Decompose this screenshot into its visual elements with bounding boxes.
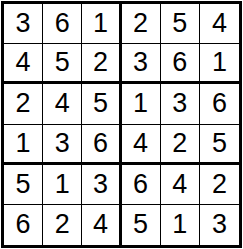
sudoku-board: 3 6 1 2 5 4 4 5 2 3 6 1 2 4 5 1 3 6 1 3 …	[1, 1, 242, 248]
cell-r2c5[interactable]: 6	[161, 44, 200, 84]
cell-r6c6[interactable]: 3	[200, 205, 239, 245]
cell-r2c3[interactable]: 2	[82, 44, 121, 84]
cell-r4c3[interactable]: 6	[82, 125, 121, 165]
cell-r6c3[interactable]: 4	[82, 205, 121, 245]
cell-r4c6[interactable]: 5	[200, 125, 239, 165]
cell-r4c5[interactable]: 2	[161, 125, 200, 165]
cell-r4c2[interactable]: 3	[43, 125, 82, 165]
cell-r6c2[interactable]: 2	[43, 205, 82, 245]
cell-r1c4[interactable]: 2	[122, 4, 161, 44]
cell-r2c1[interactable]: 4	[4, 44, 43, 84]
cell-r5c5[interactable]: 4	[161, 165, 200, 205]
cell-r4c4[interactable]: 4	[122, 125, 161, 165]
cell-r3c6[interactable]: 6	[200, 84, 239, 124]
cell-r4c1[interactable]: 1	[4, 125, 43, 165]
cell-r3c2[interactable]: 4	[43, 84, 82, 124]
cell-r5c6[interactable]: 2	[200, 165, 239, 205]
cell-r3c1[interactable]: 2	[4, 84, 43, 124]
cell-r6c4[interactable]: 5	[122, 205, 161, 245]
cell-r2c4[interactable]: 3	[122, 44, 161, 84]
cell-r5c3[interactable]: 3	[82, 165, 121, 205]
cell-r1c3[interactable]: 1	[82, 4, 121, 44]
cell-r5c4[interactable]: 6	[122, 165, 161, 205]
cell-r1c2[interactable]: 6	[43, 4, 82, 44]
cell-r1c5[interactable]: 5	[161, 4, 200, 44]
cell-r3c5[interactable]: 3	[161, 84, 200, 124]
cell-r6c1[interactable]: 6	[4, 205, 43, 245]
cell-r5c2[interactable]: 1	[43, 165, 82, 205]
cell-r5c1[interactable]: 5	[4, 165, 43, 205]
cell-r3c3[interactable]: 5	[82, 84, 121, 124]
cell-r2c6[interactable]: 1	[200, 44, 239, 84]
cell-r3c4[interactable]: 1	[122, 84, 161, 124]
cell-r6c5[interactable]: 1	[161, 205, 200, 245]
sudoku-page: 3 6 1 2 5 4 4 5 2 3 6 1 2 4 5 1 3 6 1 3 …	[0, 0, 243, 249]
cell-r1c6[interactable]: 4	[200, 4, 239, 44]
cell-r1c1[interactable]: 3	[4, 4, 43, 44]
cell-r2c2[interactable]: 5	[43, 44, 82, 84]
